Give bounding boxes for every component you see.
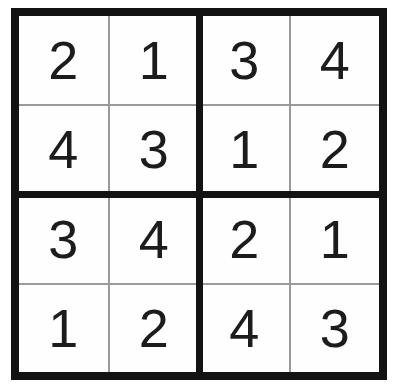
sudoku-page: 2134431234211243 bbox=[0, 0, 398, 390]
cell-digit: 3 bbox=[48, 212, 78, 266]
box-separator-horizontal bbox=[19, 191, 379, 198]
cell-r3c1[interactable]: 3 bbox=[19, 195, 108, 283]
cell-digit: 4 bbox=[139, 212, 169, 266]
cell-r3c4[interactable]: 1 bbox=[291, 195, 380, 283]
cell-digit: 3 bbox=[320, 301, 350, 355]
cell-r1c2[interactable]: 1 bbox=[110, 16, 199, 104]
cell-digit: 1 bbox=[229, 122, 259, 176]
cell-r2c3[interactable]: 1 bbox=[200, 106, 289, 194]
cell-digit: 3 bbox=[139, 122, 169, 176]
cell-r3c3[interactable]: 2 bbox=[200, 195, 289, 283]
cell-digit: 2 bbox=[320, 122, 350, 176]
cell-digit: 1 bbox=[48, 301, 78, 355]
cell-digit: 4 bbox=[229, 301, 259, 355]
cell-digit: 1 bbox=[320, 212, 350, 266]
cell-r3c2[interactable]: 4 bbox=[110, 195, 199, 283]
cell-digit: 2 bbox=[229, 212, 259, 266]
cell-r4c1[interactable]: 1 bbox=[19, 285, 108, 373]
cell-digit: 2 bbox=[48, 33, 78, 87]
cell-digit: 4 bbox=[48, 122, 78, 176]
cell-digit: 4 bbox=[320, 33, 350, 87]
cell-r1c4[interactable]: 4 bbox=[291, 16, 380, 104]
cell-r4c4[interactable]: 3 bbox=[291, 285, 380, 373]
cell-digit: 1 bbox=[139, 33, 169, 87]
cell-r1c3[interactable]: 3 bbox=[200, 16, 289, 104]
cell-digit: 2 bbox=[139, 301, 169, 355]
cell-digit: 3 bbox=[229, 33, 259, 87]
sudoku-board: 2134431234211243 bbox=[11, 8, 387, 380]
cell-r2c2[interactable]: 3 bbox=[110, 106, 199, 194]
cell-r4c2[interactable]: 2 bbox=[110, 285, 199, 373]
cell-r2c1[interactable]: 4 bbox=[19, 106, 108, 194]
cell-r2c4[interactable]: 2 bbox=[291, 106, 380, 194]
cell-r1c1[interactable]: 2 bbox=[19, 16, 108, 104]
cell-r4c3[interactable]: 4 bbox=[200, 285, 289, 373]
